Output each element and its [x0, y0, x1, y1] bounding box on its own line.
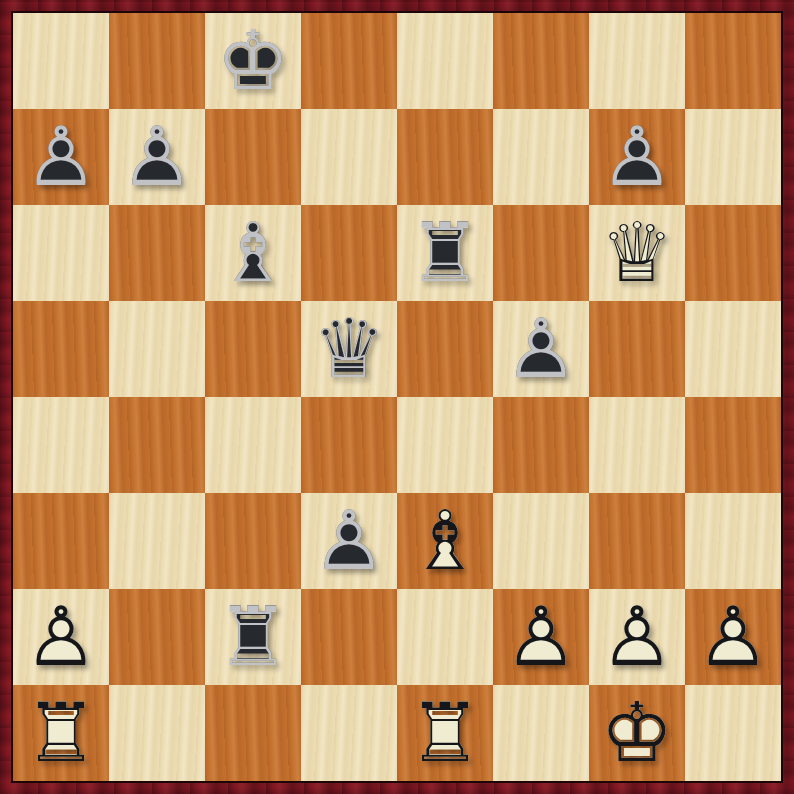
square-a3[interactable] — [13, 493, 109, 589]
square-b6[interactable] — [109, 205, 205, 301]
piece-outline-glyph: ♕ — [589, 205, 685, 301]
square-g3[interactable] — [589, 493, 685, 589]
black-pawn-piece[interactable]: ♟♙ — [301, 493, 397, 589]
piece-outline-glyph: ♙ — [685, 589, 781, 685]
piece-outline-glyph: ♖ — [397, 685, 493, 781]
square-c7[interactable] — [205, 109, 301, 205]
piece-outline-glyph: ♗ — [205, 205, 301, 301]
piece-outline-glyph: ♙ — [493, 589, 589, 685]
square-f6[interactable] — [493, 205, 589, 301]
black-queen-piece[interactable]: ♛♕ — [301, 301, 397, 397]
square-a6[interactable] — [13, 205, 109, 301]
white-pawn-piece[interactable]: ♟♙ — [493, 589, 589, 685]
square-a4[interactable] — [13, 397, 109, 493]
square-c1[interactable] — [205, 685, 301, 781]
square-f5[interactable]: ♟♙ — [493, 301, 589, 397]
chess-board: ♚♔♟♙♟♙♟♙♝♗♜♖♛♕♛♕♟♙♟♙♝♗♟♙♜♖♟♙♟♙♟♙♜♖♜♖♚♔ — [11, 11, 783, 783]
square-e6[interactable]: ♜♖ — [397, 205, 493, 301]
piece-outline-glyph: ♖ — [205, 589, 301, 685]
square-f7[interactable] — [493, 109, 589, 205]
piece-outline-glyph: ♙ — [13, 109, 109, 205]
square-g2[interactable]: ♟♙ — [589, 589, 685, 685]
piece-outline-glyph: ♔ — [589, 685, 685, 781]
square-c6[interactable]: ♝♗ — [205, 205, 301, 301]
black-pawn-piece[interactable]: ♟♙ — [109, 109, 205, 205]
square-h1[interactable] — [685, 685, 781, 781]
black-pawn-piece[interactable]: ♟♙ — [13, 109, 109, 205]
square-b5[interactable] — [109, 301, 205, 397]
square-d1[interactable] — [301, 685, 397, 781]
white-rook-piece[interactable]: ♜♖ — [397, 685, 493, 781]
white-pawn-piece[interactable]: ♟♙ — [13, 589, 109, 685]
square-f4[interactable] — [493, 397, 589, 493]
piece-outline-glyph: ♔ — [205, 13, 301, 109]
square-h8[interactable] — [685, 13, 781, 109]
piece-outline-glyph: ♖ — [397, 205, 493, 301]
black-bishop-piece[interactable]: ♝♗ — [205, 205, 301, 301]
piece-outline-glyph: ♙ — [589, 109, 685, 205]
square-e7[interactable] — [397, 109, 493, 205]
black-rook-piece[interactable]: ♜♖ — [205, 589, 301, 685]
square-g8[interactable] — [589, 13, 685, 109]
square-e1[interactable]: ♜♖ — [397, 685, 493, 781]
piece-outline-glyph: ♕ — [301, 301, 397, 397]
square-h3[interactable] — [685, 493, 781, 589]
square-h5[interactable] — [685, 301, 781, 397]
square-f1[interactable] — [493, 685, 589, 781]
square-d7[interactable] — [301, 109, 397, 205]
square-c2[interactable]: ♜♖ — [205, 589, 301, 685]
square-b8[interactable] — [109, 13, 205, 109]
square-e3[interactable]: ♝♗ — [397, 493, 493, 589]
square-a1[interactable]: ♜♖ — [13, 685, 109, 781]
square-c8[interactable]: ♚♔ — [205, 13, 301, 109]
square-c5[interactable] — [205, 301, 301, 397]
square-d6[interactable] — [301, 205, 397, 301]
square-a2[interactable]: ♟♙ — [13, 589, 109, 685]
white-king-piece[interactable]: ♚♔ — [589, 685, 685, 781]
square-d4[interactable] — [301, 397, 397, 493]
square-d2[interactable] — [301, 589, 397, 685]
square-h6[interactable] — [685, 205, 781, 301]
square-e2[interactable] — [397, 589, 493, 685]
piece-outline-glyph: ♖ — [13, 685, 109, 781]
square-h2[interactable]: ♟♙ — [685, 589, 781, 685]
square-a7[interactable]: ♟♙ — [13, 109, 109, 205]
square-g1[interactable]: ♚♔ — [589, 685, 685, 781]
white-rook-piece[interactable]: ♜♖ — [13, 685, 109, 781]
square-b2[interactable] — [109, 589, 205, 685]
piece-outline-glyph: ♙ — [13, 589, 109, 685]
piece-outline-glyph: ♗ — [397, 493, 493, 589]
white-pawn-piece[interactable]: ♟♙ — [685, 589, 781, 685]
square-e4[interactable] — [397, 397, 493, 493]
white-queen-piece[interactable]: ♛♕ — [589, 205, 685, 301]
square-g6[interactable]: ♛♕ — [589, 205, 685, 301]
white-pawn-piece[interactable]: ♟♙ — [589, 589, 685, 685]
square-d8[interactable] — [301, 13, 397, 109]
black-rook-piece[interactable]: ♜♖ — [397, 205, 493, 301]
black-king-piece[interactable]: ♚♔ — [205, 13, 301, 109]
square-f8[interactable] — [493, 13, 589, 109]
square-c3[interactable] — [205, 493, 301, 589]
square-h7[interactable] — [685, 109, 781, 205]
square-g7[interactable]: ♟♙ — [589, 109, 685, 205]
black-pawn-piece[interactable]: ♟♙ — [493, 301, 589, 397]
square-b1[interactable] — [109, 685, 205, 781]
square-b4[interactable] — [109, 397, 205, 493]
board-frame: ♚♔♟♙♟♙♟♙♝♗♜♖♛♕♛♕♟♙♟♙♝♗♟♙♜♖♟♙♟♙♟♙♜♖♜♖♚♔ — [0, 0, 794, 794]
piece-outline-glyph: ♙ — [109, 109, 205, 205]
square-b3[interactable] — [109, 493, 205, 589]
square-b7[interactable]: ♟♙ — [109, 109, 205, 205]
square-a5[interactable] — [13, 301, 109, 397]
square-d5[interactable]: ♛♕ — [301, 301, 397, 397]
square-g4[interactable] — [589, 397, 685, 493]
piece-outline-glyph: ♙ — [493, 301, 589, 397]
square-c4[interactable] — [205, 397, 301, 493]
square-h4[interactable] — [685, 397, 781, 493]
white-bishop-piece[interactable]: ♝♗ — [397, 493, 493, 589]
piece-outline-glyph: ♙ — [589, 589, 685, 685]
square-f3[interactable] — [493, 493, 589, 589]
square-e5[interactable] — [397, 301, 493, 397]
square-d3[interactable]: ♟♙ — [301, 493, 397, 589]
black-pawn-piece[interactable]: ♟♙ — [589, 109, 685, 205]
square-a8[interactable] — [13, 13, 109, 109]
square-e8[interactable] — [397, 13, 493, 109]
square-f2[interactable]: ♟♙ — [493, 589, 589, 685]
piece-outline-glyph: ♙ — [301, 493, 397, 589]
square-g5[interactable] — [589, 301, 685, 397]
